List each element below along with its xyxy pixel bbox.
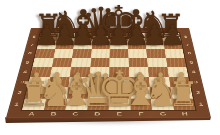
piece-black-pawn-h7: ♟ — [160, 22, 186, 50]
chess-board-photo: ABCDEFGH1122334455667788 ♜♞♝♛♚♝♞♜♟♟♟♟♟♟♟… — [0, 0, 220, 135]
pieces-layer: ♜♞♝♛♚♝♞♜♟♟♟♟♟♟♟♟♟♟♟♟♟♟♟♟♜♞♝♛♚♝♞♜ — [0, 0, 220, 135]
piece-white-rook-h1: ♜ — [168, 77, 198, 111]
